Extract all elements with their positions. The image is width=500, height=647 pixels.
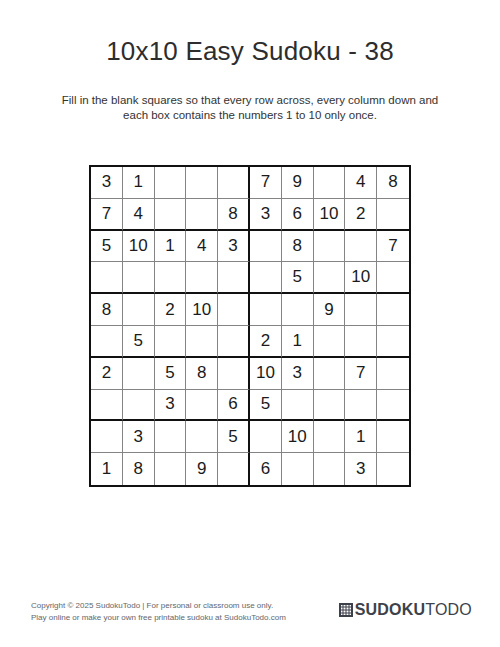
cell-r7c2	[123, 358, 155, 390]
cell-r2c7: 6	[282, 199, 314, 231]
cell-r9c6	[250, 421, 282, 453]
cell-r3c6	[250, 231, 282, 263]
cell-r10c5	[218, 453, 250, 485]
cell-r4c2	[123, 262, 155, 294]
footer-line-1: Copyright © 2025 SudokuTodo | For person…	[31, 600, 286, 612]
cell-r6c1	[91, 326, 123, 358]
cell-r6c4	[186, 326, 218, 358]
cell-r1c3	[155, 167, 187, 199]
cell-r8c8	[314, 390, 346, 422]
cell-r4c1	[91, 262, 123, 294]
cell-r3c8	[314, 231, 346, 263]
cell-r4c4	[186, 262, 218, 294]
cell-r8c10	[377, 390, 409, 422]
cell-r7c9: 7	[345, 358, 377, 390]
cell-r10c1: 1	[91, 453, 123, 485]
cell-r3c7: 8	[282, 231, 314, 263]
cell-r7c3: 5	[155, 358, 187, 390]
cell-r6c3	[155, 326, 187, 358]
instructions-line-1: Fill in the blank squares so that every …	[0, 93, 500, 108]
cell-r1c1: 3	[91, 167, 123, 199]
cell-r1c5	[218, 167, 250, 199]
cell-r5c7	[282, 294, 314, 326]
cell-r8c7	[282, 390, 314, 422]
instructions-line-2: each box contains the numbers 1 to 10 on…	[0, 108, 500, 123]
sudoku-grid-icon	[339, 603, 353, 617]
cell-r10c2: 8	[123, 453, 155, 485]
page-title: 10x10 Easy Sudoku - 38	[0, 36, 500, 67]
cell-r5c8: 9	[314, 294, 346, 326]
cell-r9c2: 3	[123, 421, 155, 453]
cell-r4c8	[314, 262, 346, 294]
cell-r6c5	[218, 326, 250, 358]
cell-r4c7: 5	[282, 262, 314, 294]
cell-r10c10	[377, 453, 409, 485]
cell-r6c7: 1	[282, 326, 314, 358]
logo-wordmark-bold: SUDOKU	[355, 601, 426, 618]
printable-sudoku-page: 10x10 Easy Sudoku - 38 Fill in the blank…	[0, 0, 500, 647]
cell-r2c4	[186, 199, 218, 231]
cell-r9c9: 1	[345, 421, 377, 453]
cell-r3c5: 3	[218, 231, 250, 263]
footer-line-2: Play online or make your own free printa…	[31, 612, 286, 624]
cell-r7c5	[218, 358, 250, 390]
cell-r3c3: 1	[155, 231, 187, 263]
cell-r5c10	[377, 294, 409, 326]
cell-r3c4: 4	[186, 231, 218, 263]
cell-r6c2: 5	[123, 326, 155, 358]
cell-r6c8	[314, 326, 346, 358]
cell-r7c1: 2	[91, 358, 123, 390]
logo-wordmark-light: TODO	[425, 601, 472, 618]
cell-r2c2: 4	[123, 199, 155, 231]
footer-copyright: Copyright © 2025 SudokuTodo | For person…	[31, 600, 286, 624]
cell-r6c10	[377, 326, 409, 358]
cell-r10c9: 3	[345, 453, 377, 485]
cell-r10c3	[155, 453, 187, 485]
cell-r2c1: 7	[91, 199, 123, 231]
cell-r5c1: 8	[91, 294, 123, 326]
cell-r5c9	[345, 294, 377, 326]
cell-r9c5: 5	[218, 421, 250, 453]
instructions: Fill in the blank squares so that every …	[0, 93, 500, 123]
cell-r2c8: 10	[314, 199, 346, 231]
cell-r2c10	[377, 199, 409, 231]
cell-r1c7: 9	[282, 167, 314, 199]
cell-r3c1: 5	[91, 231, 123, 263]
cell-r2c6: 3	[250, 199, 282, 231]
cell-r8c2	[123, 390, 155, 422]
cell-r9c7: 10	[282, 421, 314, 453]
cell-r5c2	[123, 294, 155, 326]
cell-r1c8	[314, 167, 346, 199]
cell-r1c9: 4	[345, 167, 377, 199]
cell-r6c9	[345, 326, 377, 358]
cell-r10c4: 9	[186, 453, 218, 485]
cell-r8c6: 5	[250, 390, 282, 422]
cell-r10c8	[314, 453, 346, 485]
cell-r4c10	[377, 262, 409, 294]
cell-r4c5	[218, 262, 250, 294]
cell-r1c2: 1	[123, 167, 155, 199]
cell-r8c1	[91, 390, 123, 422]
cell-r10c7	[282, 453, 314, 485]
cell-r8c3: 3	[155, 390, 187, 422]
cell-r2c5: 8	[218, 199, 250, 231]
logo-wordmark: SUDOKUTODO	[355, 601, 472, 619]
cell-r7c6: 10	[250, 358, 282, 390]
cell-r8c9	[345, 390, 377, 422]
cell-r2c9: 2	[345, 199, 377, 231]
cell-r9c8	[314, 421, 346, 453]
cell-r3c9	[345, 231, 377, 263]
cell-r6c6: 2	[250, 326, 282, 358]
cell-r7c10	[377, 358, 409, 390]
cell-r2c3	[155, 199, 187, 231]
cell-r5c6	[250, 294, 282, 326]
sudoku-board: 3179487483610251014387510821095212581037…	[89, 165, 411, 487]
cell-r9c3	[155, 421, 187, 453]
cell-r9c4	[186, 421, 218, 453]
cell-r7c4: 8	[186, 358, 218, 390]
cell-r5c5	[218, 294, 250, 326]
cell-r7c7: 3	[282, 358, 314, 390]
cell-r5c3: 2	[155, 294, 187, 326]
sudokutodo-logo: SUDOKUTODO	[339, 601, 472, 619]
cell-r8c4	[186, 390, 218, 422]
cell-r4c3	[155, 262, 187, 294]
cell-r3c10: 7	[377, 231, 409, 263]
cell-r4c6	[250, 262, 282, 294]
cell-r8c5: 6	[218, 390, 250, 422]
cell-r1c6: 7	[250, 167, 282, 199]
cell-r9c10	[377, 421, 409, 453]
cell-r7c8	[314, 358, 346, 390]
cell-r9c1	[91, 421, 123, 453]
cell-r1c4	[186, 167, 218, 199]
cell-r10c6: 6	[250, 453, 282, 485]
cell-r1c10: 8	[377, 167, 409, 199]
cell-r3c2: 10	[123, 231, 155, 263]
cell-r5c4: 10	[186, 294, 218, 326]
cell-r4c9: 10	[345, 262, 377, 294]
